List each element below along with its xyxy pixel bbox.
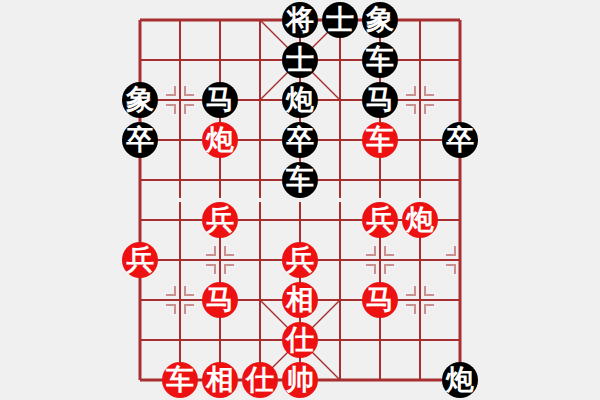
piece-red-chariot[interactable]: 车 <box>162 362 198 398</box>
point-marker <box>166 305 175 314</box>
piece-black-cannon[interactable]: 炮 <box>442 362 478 398</box>
xiangqi-board[interactable]: 将士象士车象马炮马卒炮卒车卒车兵兵炮兵兵马相马仕车相仕帅炮 <box>140 20 460 380</box>
piece-red-cannon[interactable]: 炮 <box>202 122 238 158</box>
piece-black-soldier[interactable]: 卒 <box>282 122 318 158</box>
point-marker <box>425 305 434 314</box>
point-marker <box>425 286 434 295</box>
point-marker <box>225 265 234 274</box>
point-marker <box>385 246 394 255</box>
point-marker <box>166 105 175 114</box>
point-marker <box>206 265 215 274</box>
piece-black-soldier[interactable]: 卒 <box>122 122 158 158</box>
point-marker <box>166 286 175 295</box>
xiangqi-app: 将士象士车象马炮马卒炮卒车卒车兵兵炮兵兵马相马仕车相仕帅炮 <box>0 0 600 400</box>
piece-black-elephant[interactable]: 象 <box>362 2 398 38</box>
piece-red-advisor[interactable]: 仕 <box>242 362 278 398</box>
piece-red-elephant[interactable]: 相 <box>202 362 238 398</box>
point-marker <box>446 246 455 255</box>
piece-red-soldier[interactable]: 兵 <box>282 242 318 278</box>
point-marker <box>406 305 415 314</box>
point-marker <box>366 246 375 255</box>
piece-red-cannon[interactable]: 炮 <box>402 202 438 238</box>
point-marker <box>185 86 194 95</box>
piece-red-general[interactable]: 帅 <box>282 362 318 398</box>
piece-red-horse[interactable]: 马 <box>362 282 398 318</box>
point-marker <box>385 265 394 274</box>
piece-red-advisor[interactable]: 仕 <box>282 322 318 358</box>
piece-black-soldier[interactable]: 卒 <box>442 122 478 158</box>
point-marker <box>446 265 455 274</box>
point-marker <box>406 86 415 95</box>
piece-black-horse[interactable]: 马 <box>202 82 238 118</box>
point-marker <box>425 105 434 114</box>
point-marker <box>206 246 215 255</box>
point-marker <box>425 86 434 95</box>
point-marker <box>366 265 375 274</box>
piece-black-advisor[interactable]: 士 <box>282 42 318 78</box>
point-marker <box>185 105 194 114</box>
point-marker <box>406 105 415 114</box>
piece-black-chariot[interactable]: 车 <box>282 162 318 198</box>
piece-red-chariot[interactable]: 车 <box>362 122 398 158</box>
piece-black-cannon[interactable]: 炮 <box>282 82 318 118</box>
piece-red-soldier[interactable]: 兵 <box>362 202 398 238</box>
point-marker <box>185 305 194 314</box>
piece-black-general[interactable]: 将 <box>282 2 318 38</box>
point-marker <box>406 286 415 295</box>
piece-black-elephant[interactable]: 象 <box>122 82 158 118</box>
piece-red-elephant[interactable]: 相 <box>282 282 318 318</box>
point-marker <box>185 286 194 295</box>
piece-red-soldier[interactable]: 兵 <box>202 202 238 238</box>
piece-black-advisor[interactable]: 士 <box>322 2 358 38</box>
point-marker <box>166 86 175 95</box>
piece-black-chariot[interactable]: 车 <box>362 42 398 78</box>
point-marker <box>225 246 234 255</box>
piece-black-horse[interactable]: 马 <box>362 82 398 118</box>
piece-red-horse[interactable]: 马 <box>202 282 238 318</box>
piece-red-soldier[interactable]: 兵 <box>122 242 158 278</box>
